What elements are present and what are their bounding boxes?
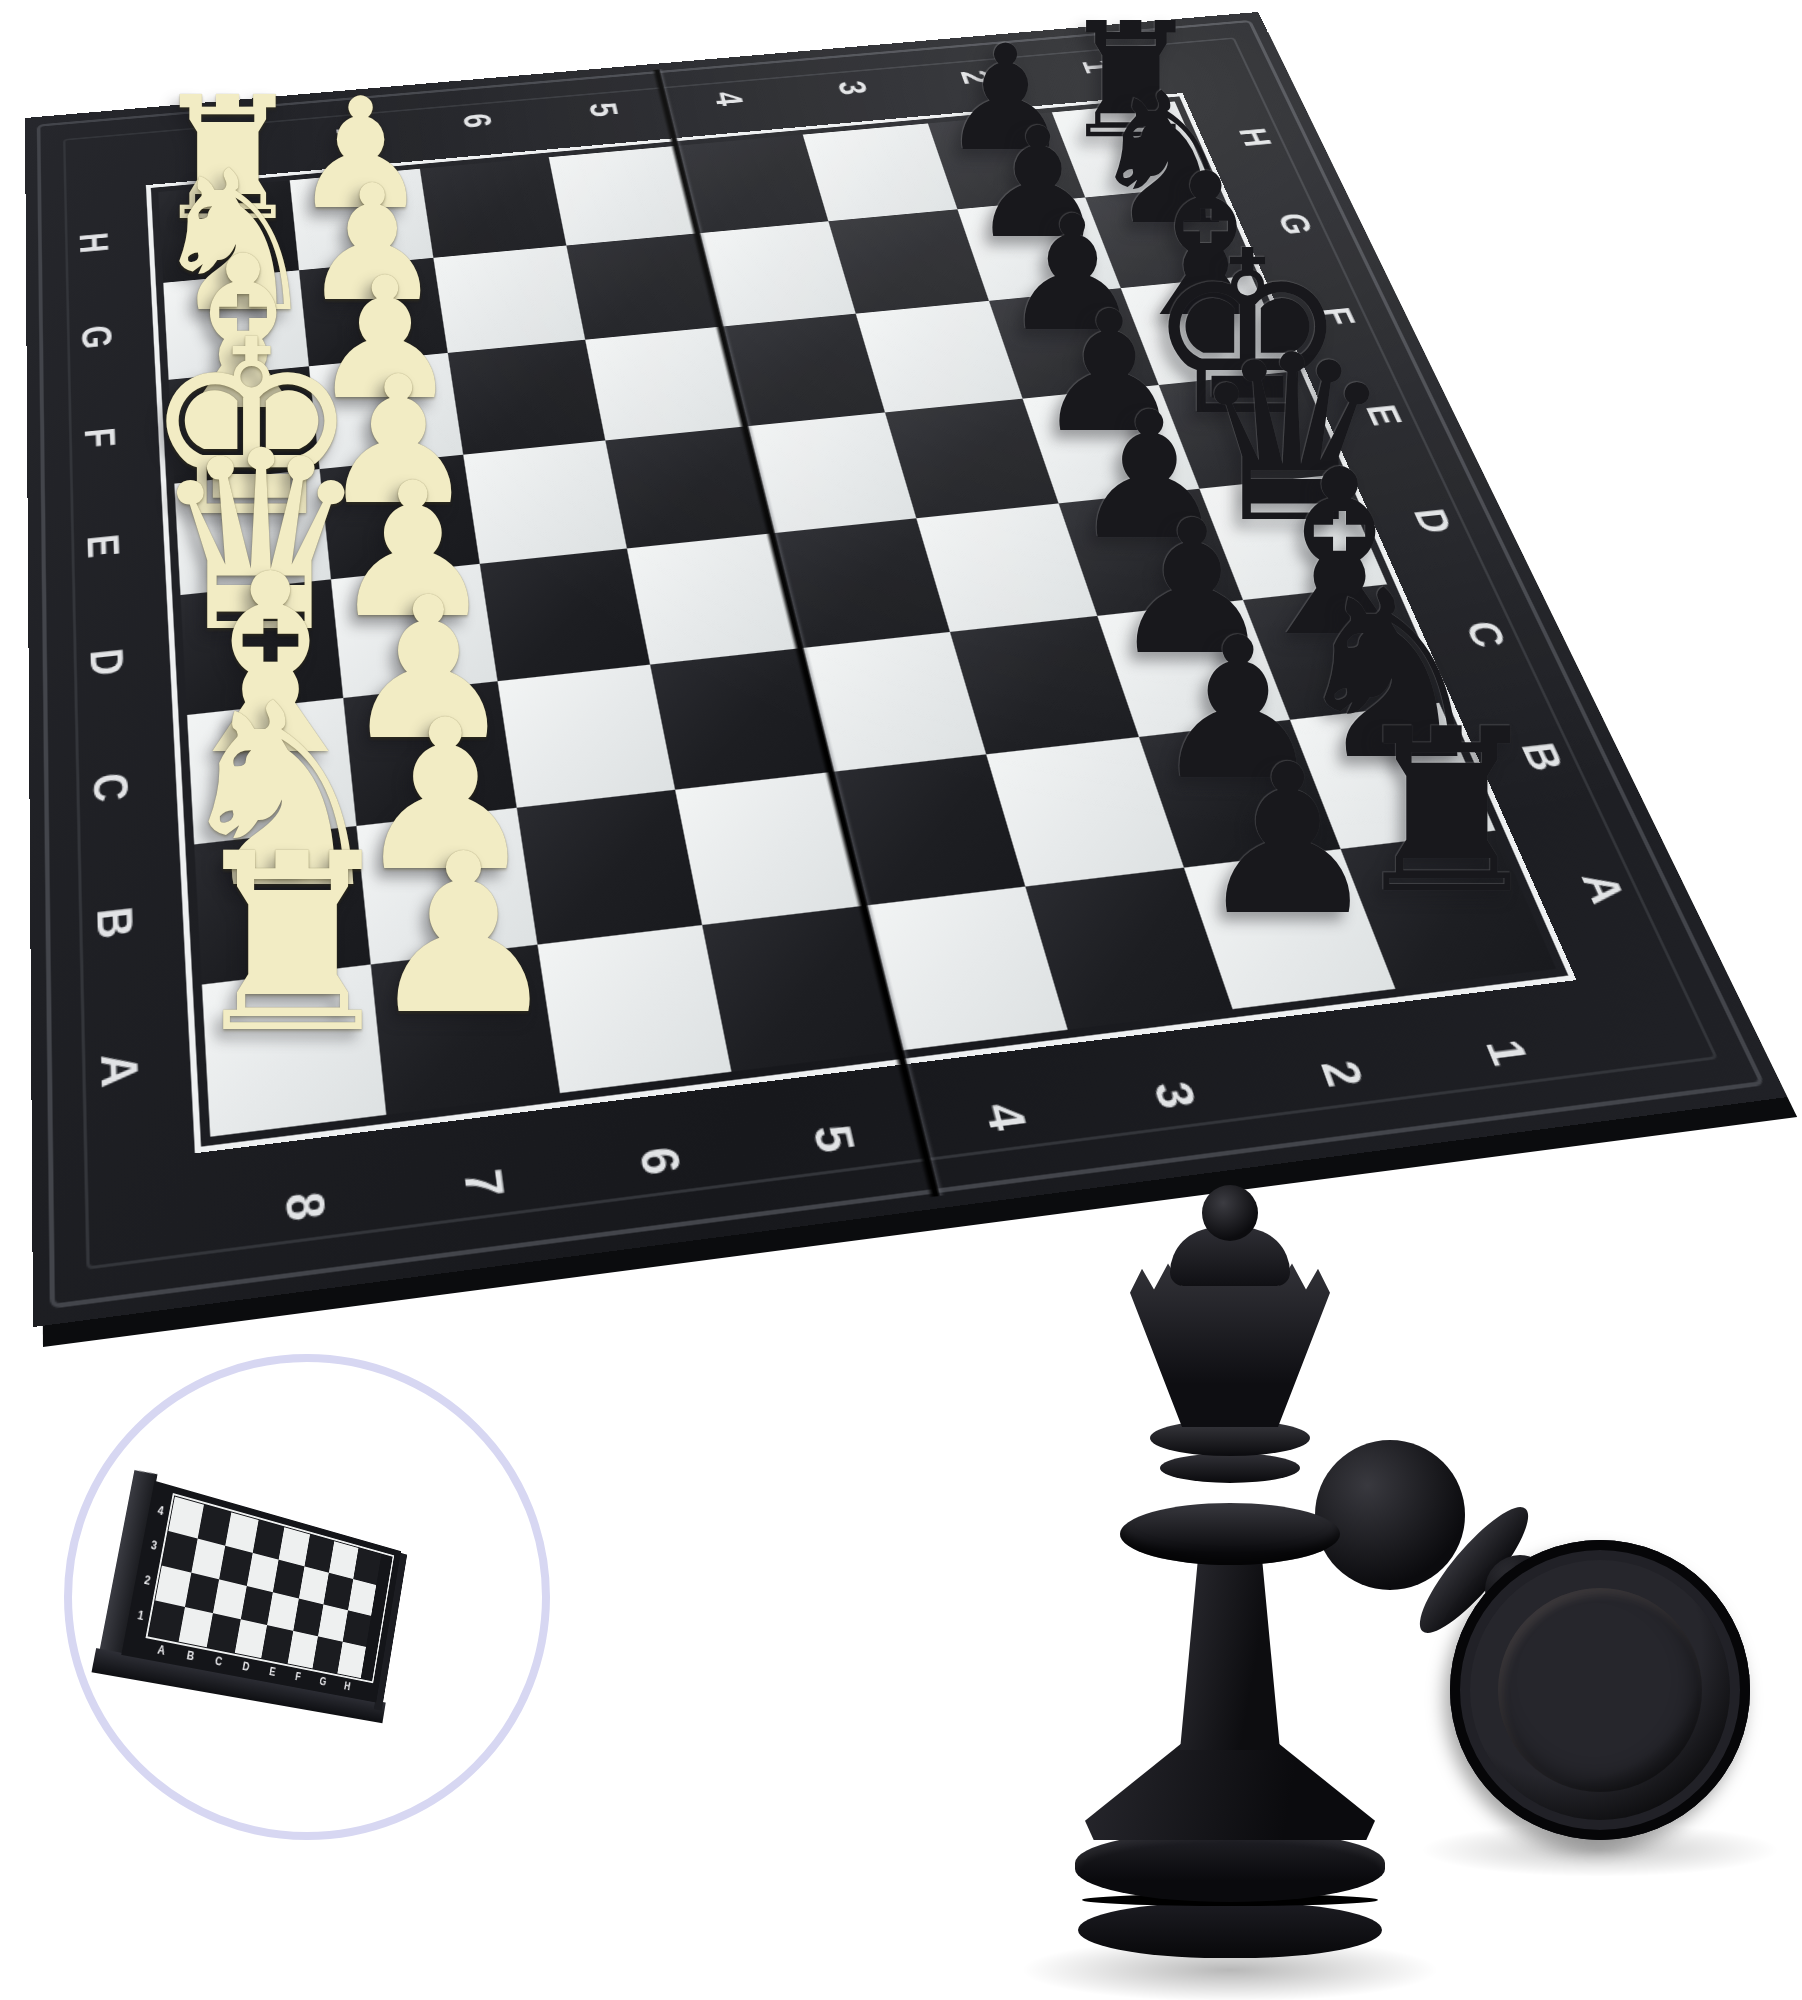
folded-file-label-H: H (333, 1673, 360, 1699)
square-h7 (290, 169, 434, 271)
page: { "game": "chess", "position": { "fen": … (0, 0, 1802, 2000)
rank-label-bottom-8: 8 (210, 1115, 403, 1303)
square-c5 (650, 648, 831, 790)
square-g5 (566, 233, 721, 339)
folded-file-label-C: C (203, 1647, 235, 1675)
pawn-felt-pad (1498, 1588, 1702, 1792)
square-d7 (331, 564, 498, 698)
square-h6 (420, 157, 567, 258)
folded-file-label-D: D (230, 1653, 261, 1681)
square-c8 (187, 698, 356, 844)
square-c6 (498, 665, 676, 808)
square-f5 (585, 327, 746, 441)
rank-label-bottom-7: 7 (386, 1093, 584, 1278)
file-label-left-H: H (26, 192, 164, 295)
file-label-left-E: E (28, 484, 181, 611)
square-h8 (158, 180, 299, 282)
square-h5 (549, 146, 698, 246)
square-a8 (202, 964, 386, 1136)
square-f7 (309, 353, 463, 469)
frame-corner (25, 107, 158, 204)
square-d5 (627, 533, 801, 664)
square-e5 (605, 426, 772, 548)
rank-label-top-8: 8 (154, 96, 290, 192)
queen-base-flare (1085, 1744, 1375, 1840)
file-label-left-C: C (29, 715, 194, 863)
folded-board: 4321ABCDEFGH (121, 1481, 401, 1703)
square-g7 (299, 258, 448, 366)
square-d6 (480, 548, 650, 681)
board-grid: 87654321HHGGFFEEDDCCBBAA87654321 (25, 12, 1787, 1327)
product-photo: 87654321HHGGFFEEDDCCBBAA87654321 ♜♟♟♜♞♟♟… (0, 0, 1802, 2000)
square-b6 (517, 790, 702, 945)
inset-folded-view: 4321ABCDEFGH (64, 1354, 550, 1840)
file-label-left-D: D (28, 595, 187, 732)
square-b8 (194, 826, 371, 985)
queen-body (1180, 1558, 1280, 1750)
square-h4 (676, 135, 828, 234)
square-g6 (433, 245, 585, 352)
square-g8 (163, 270, 309, 380)
rank-label-bottom-6: 6 (560, 1072, 763, 1255)
rank-label-top-4: 4 (656, 53, 803, 146)
folded-file-label-F: F (283, 1663, 312, 1690)
file-label-left-B: B (30, 844, 202, 1004)
queen-finial-ball (1202, 1185, 1258, 1241)
square-f8 (169, 366, 320, 483)
queen-collar-ring (1120, 1503, 1340, 1565)
file-label-left-G: G (26, 283, 168, 394)
rank-label-top-5: 5 (532, 64, 676, 157)
square-b7 (356, 808, 537, 965)
folded-file-label-E: E (257, 1658, 287, 1685)
queen-base-bottom (1078, 1902, 1382, 1958)
chess-board: 87654321HHGGFFEEDDCCBBAA87654321 (25, 12, 1787, 1327)
square-d8 (180, 579, 343, 715)
queen-neck-ring-2 (1160, 1453, 1300, 1483)
folded-file-label-G: G (309, 1668, 337, 1694)
square-a7 (371, 945, 560, 1115)
square-a6 (537, 925, 731, 1093)
square-e8 (174, 469, 331, 595)
queen-base-top (1075, 1830, 1385, 1902)
square-e6 (463, 440, 627, 563)
rank-label-top-6: 6 (407, 74, 549, 168)
rank-label-top-7: 7 (281, 85, 420, 180)
square-c7 (343, 681, 517, 826)
frame-corner (32, 1137, 219, 1327)
file-label-left-F: F (27, 380, 175, 499)
file-label-left-A: A (31, 985, 210, 1159)
black-queen-closeup (1040, 1170, 1420, 1990)
square-f6 (448, 340, 606, 455)
square-e7 (320, 455, 480, 580)
folded-file-label-B: B (174, 1642, 207, 1671)
